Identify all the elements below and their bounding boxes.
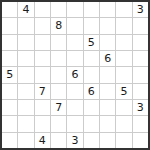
cell-r2c2[interactable] xyxy=(18,18,33,33)
cell-r8c2[interactable] xyxy=(18,116,33,131)
cell-r4c9[interactable] xyxy=(133,51,148,66)
cell-r4c4[interactable] xyxy=(51,51,66,66)
cell-r4c5[interactable] xyxy=(67,51,82,66)
cell-r2c8[interactable] xyxy=(116,18,131,33)
cell-r5c7[interactable] xyxy=(100,67,115,82)
cell-r8c6[interactable] xyxy=(84,116,99,131)
cell-r5c6[interactable] xyxy=(84,67,99,82)
cell-r1c2-given-4[interactable]: 4 xyxy=(18,2,33,17)
cell-r3c3[interactable] xyxy=(35,35,50,50)
cell-r8c8[interactable] xyxy=(116,116,131,131)
cell-r1c8[interactable] xyxy=(116,2,131,17)
cell-r7c4-given-7[interactable]: 7 xyxy=(51,100,66,115)
cell-r8c4[interactable] xyxy=(51,116,66,131)
cell-r7c8[interactable] xyxy=(116,100,131,115)
cell-r4c3[interactable] xyxy=(35,51,50,66)
cell-r7c1[interactable] xyxy=(2,100,17,115)
cell-r2c1[interactable] xyxy=(2,18,17,33)
cell-r4c8[interactable] xyxy=(116,51,131,66)
cell-r1c9-given-3[interactable]: 3 xyxy=(133,2,148,17)
cell-r9c8[interactable] xyxy=(116,133,131,148)
cell-r6c4[interactable] xyxy=(51,84,66,99)
cell-r3c6-given-5[interactable]: 5 xyxy=(84,35,99,50)
cell-r8c5[interactable] xyxy=(67,116,82,131)
cell-r4c1[interactable] xyxy=(2,51,17,66)
cell-r2c3[interactable] xyxy=(35,18,50,33)
cell-r7c3[interactable] xyxy=(35,100,50,115)
cell-r3c5[interactable] xyxy=(67,35,82,50)
cell-r2c6[interactable] xyxy=(84,18,99,33)
cell-r5c9[interactable] xyxy=(133,67,148,82)
cell-r1c4[interactable] xyxy=(51,2,66,17)
cell-r7c5[interactable] xyxy=(67,100,82,115)
cell-r2c9[interactable] xyxy=(133,18,148,33)
cell-r5c3[interactable] xyxy=(35,67,50,82)
cell-r1c6[interactable] xyxy=(84,2,99,17)
cell-r9c9[interactable] xyxy=(133,133,148,148)
cell-r3c1[interactable] xyxy=(2,35,17,50)
cell-r6c8-given-5[interactable]: 5 xyxy=(116,84,131,99)
cell-r5c8[interactable] xyxy=(116,67,131,82)
cell-r6c1[interactable] xyxy=(2,84,17,99)
cell-r3c7[interactable] xyxy=(100,35,115,50)
cell-r1c7[interactable] xyxy=(100,2,115,17)
cell-r7c6[interactable] xyxy=(84,100,99,115)
cell-r1c5[interactable] xyxy=(67,2,82,17)
cell-r5c5-given-6[interactable]: 6 xyxy=(67,67,82,82)
cell-r6c9[interactable] xyxy=(133,84,148,99)
cell-r9c2[interactable] xyxy=(18,133,33,148)
puzzle-board: 43856567657343 xyxy=(0,0,150,150)
cell-r9c1[interactable] xyxy=(2,133,17,148)
cell-r5c2[interactable] xyxy=(18,67,33,82)
cell-r4c6[interactable] xyxy=(84,51,99,66)
cell-r6c2[interactable] xyxy=(18,84,33,99)
cell-r1c3[interactable] xyxy=(35,2,50,17)
cell-r3c9[interactable] xyxy=(133,35,148,50)
cell-r9c4[interactable] xyxy=(51,133,66,148)
cell-r8c7[interactable] xyxy=(100,116,115,131)
cell-r6c6-given-6[interactable]: 6 xyxy=(84,84,99,99)
cell-r2c7[interactable] xyxy=(100,18,115,33)
cell-r6c7[interactable] xyxy=(100,84,115,99)
cell-r5c4[interactable] xyxy=(51,67,66,82)
cell-r4c7-given-6[interactable]: 6 xyxy=(100,51,115,66)
cell-r4c2[interactable] xyxy=(18,51,33,66)
cell-r1c1[interactable] xyxy=(2,2,17,17)
cell-r9c3-given-4[interactable]: 4 xyxy=(35,133,50,148)
cell-r6c3-given-7[interactable]: 7 xyxy=(35,84,50,99)
cell-r6c5[interactable] xyxy=(67,84,82,99)
cell-r3c2[interactable] xyxy=(18,35,33,50)
cell-r8c1[interactable] xyxy=(2,116,17,131)
cell-r3c8[interactable] xyxy=(116,35,131,50)
cell-r9c7[interactable] xyxy=(100,133,115,148)
cell-r7c7[interactable] xyxy=(100,100,115,115)
cell-r2c4-given-8[interactable]: 8 xyxy=(51,18,66,33)
cell-r8c9[interactable] xyxy=(133,116,148,131)
cell-r5c1-given-5[interactable]: 5 xyxy=(2,67,17,82)
cell-r9c5-given-3[interactable]: 3 xyxy=(67,133,82,148)
cell-r9c6[interactable] xyxy=(84,133,99,148)
cell-r7c9-given-3[interactable]: 3 xyxy=(133,100,148,115)
cell-r8c3[interactable] xyxy=(35,116,50,131)
cell-r3c4[interactable] xyxy=(51,35,66,50)
cell-r7c2[interactable] xyxy=(18,100,33,115)
cell-r2c5[interactable] xyxy=(67,18,82,33)
